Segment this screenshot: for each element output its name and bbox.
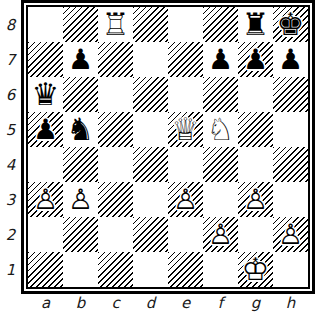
file-label-f: f [203,294,238,312]
square-h3[interactable] [273,182,308,217]
square-f6[interactable] [203,77,238,112]
square-c8[interactable]: ♜♖ [98,7,133,42]
square-f3[interactable] [203,182,238,217]
rank-label-5: 5 [0,112,21,147]
square-d2[interactable] [133,217,168,252]
square-a2[interactable] [28,217,63,252]
square-h6[interactable] [273,77,308,112]
square-g3[interactable]: ♟♙ [238,182,273,217]
piece-white-pawn[interactable]: ♟♙ [28,182,63,217]
square-b1[interactable] [63,252,98,287]
square-h1[interactable] [273,252,308,287]
square-e7[interactable] [168,42,203,77]
square-g6[interactable] [238,77,273,112]
square-f8[interactable] [203,7,238,42]
file-label-h: h [273,294,308,312]
file-label-b: b [63,294,98,312]
piece-black-pawn[interactable]: ♟♟ [273,42,308,77]
rank-label-3: 3 [0,182,21,217]
white-pawn-glyph: ♙ [173,182,198,217]
rank-label-4: 4 [0,147,21,182]
black-pawn-glyph: ♟ [33,112,58,147]
white-pawn-glyph: ♙ [208,217,233,252]
piece-white-king[interactable]: ♚♔ [238,252,273,287]
square-d5[interactable] [133,112,168,147]
black-king-glyph: ♚ [277,7,305,42]
board-frame: ♜♖♜♜♚♚♟♟♟♟♟♟♟♟♛♛♟♟♞♞♛♕♞♘♟♙♟♙♟♙♟♙♟♙♟♙♚♔ [21,0,315,294]
rank-label-8: 8 [0,7,21,42]
black-pawn-glyph: ♟ [68,42,93,77]
square-h8[interactable]: ♚♚ [273,7,308,42]
file-label-a: a [28,294,63,312]
square-b2[interactable] [63,217,98,252]
square-g4[interactable] [238,147,273,182]
piece-black-queen[interactable]: ♛♛ [28,77,63,112]
square-e2[interactable] [168,217,203,252]
rank-label-1: 1 [0,252,21,287]
square-a5[interactable]: ♟♟ [28,112,63,147]
piece-white-knight[interactable]: ♞♘ [203,112,238,147]
square-f2[interactable]: ♟♙ [203,217,238,252]
square-b3[interactable]: ♟♙ [63,182,98,217]
square-e6[interactable] [168,77,203,112]
piece-white-rook[interactable]: ♜♖ [98,7,133,42]
square-d7[interactable] [133,42,168,77]
white-pawn-glyph: ♙ [33,182,58,217]
square-e4[interactable] [168,147,203,182]
square-d1[interactable] [133,252,168,287]
square-b5[interactable]: ♞♞ [63,112,98,147]
square-c6[interactable] [98,77,133,112]
white-pawn-glyph: ♙ [278,217,303,252]
white-knight-glyph: ♘ [207,112,235,147]
square-c3[interactable] [98,182,133,217]
white-queen-glyph: ♕ [172,112,200,147]
piece-white-pawn[interactable]: ♟♙ [238,182,273,217]
square-b4[interactable] [63,147,98,182]
square-h7[interactable]: ♟♟ [273,42,308,77]
square-h2[interactable]: ♟♙ [273,217,308,252]
piece-black-king[interactable]: ♚♚ [273,7,308,42]
square-d4[interactable] [133,147,168,182]
rank-labels: 87654321 [0,7,21,287]
square-e5[interactable]: ♛♕ [168,112,203,147]
black-knight-glyph: ♞ [67,112,95,147]
square-d3[interactable] [133,182,168,217]
square-e8[interactable] [168,7,203,42]
chess-board: ♜♖♜♜♚♚♟♟♟♟♟♟♟♟♛♛♟♟♞♞♛♕♞♘♟♙♟♙♟♙♟♙♟♙♟♙♚♔ [26,5,310,289]
white-rook-glyph: ♖ [102,7,130,42]
square-c5[interactable] [98,112,133,147]
piece-black-rook[interactable]: ♜♜ [238,7,273,42]
square-b6[interactable] [63,77,98,112]
piece-black-knight[interactable]: ♞♞ [63,112,98,147]
rank-label-2: 2 [0,217,21,252]
piece-black-pawn[interactable]: ♟♟ [28,112,63,147]
square-a7[interactable] [28,42,63,77]
square-g8[interactable]: ♜♜ [238,7,273,42]
piece-black-pawn[interactable]: ♟♟ [238,42,273,77]
white-pawn-glyph: ♙ [68,182,93,217]
piece-white-pawn[interactable]: ♟♙ [168,182,203,217]
file-label-c: c [98,294,133,312]
square-b7[interactable]: ♟♟ [63,42,98,77]
piece-black-pawn[interactable]: ♟♟ [63,42,98,77]
black-rook-glyph: ♜ [242,7,270,42]
piece-white-queen[interactable]: ♛♕ [168,112,203,147]
file-labels: abcdefgh [28,294,308,312]
square-f7[interactable]: ♟♟ [203,42,238,77]
square-f5[interactable]: ♞♘ [203,112,238,147]
black-pawn-glyph: ♟ [208,42,233,77]
square-b8[interactable] [63,7,98,42]
rank-label-7: 7 [0,42,21,77]
square-c1[interactable] [98,252,133,287]
rank-label-6: 6 [0,77,21,112]
square-a4[interactable] [28,147,63,182]
piece-black-pawn[interactable]: ♟♟ [203,42,238,77]
square-f4[interactable] [203,147,238,182]
white-king-glyph: ♔ [242,252,270,287]
square-c2[interactable] [98,217,133,252]
square-g5[interactable] [238,112,273,147]
square-e1[interactable] [168,252,203,287]
white-pawn-glyph: ♙ [243,182,268,217]
square-h4[interactable] [273,147,308,182]
black-pawn-glyph: ♟ [243,42,268,77]
square-f1[interactable] [203,252,238,287]
piece-white-pawn[interactable]: ♟♙ [203,217,238,252]
square-d6[interactable] [133,77,168,112]
chess-diagram: 87654321 ♜♖♜♜♚♚♟♟♟♟♟♟♟♟♛♛♟♟♞♞♛♕♞♘♟♙♟♙♟♙♟… [0,0,315,312]
square-c4[interactable] [98,147,133,182]
square-a1[interactable] [28,252,63,287]
square-a8[interactable] [28,7,63,42]
square-a6[interactable]: ♛♛ [28,77,63,112]
file-label-g: g [238,294,273,312]
piece-white-pawn[interactable]: ♟♙ [273,217,308,252]
square-g2[interactable] [238,217,273,252]
square-g1[interactable]: ♚♔ [238,252,273,287]
black-queen-glyph: ♛ [32,77,60,112]
file-label-d: d [133,294,168,312]
square-g7[interactable]: ♟♟ [238,42,273,77]
square-d8[interactable] [133,7,168,42]
square-a3[interactable]: ♟♙ [28,182,63,217]
black-pawn-glyph: ♟ [278,42,303,77]
square-c7[interactable] [98,42,133,77]
square-h5[interactable] [273,112,308,147]
square-e3[interactable]: ♟♙ [168,182,203,217]
file-label-e: e [168,294,203,312]
piece-white-pawn[interactable]: ♟♙ [63,182,98,217]
